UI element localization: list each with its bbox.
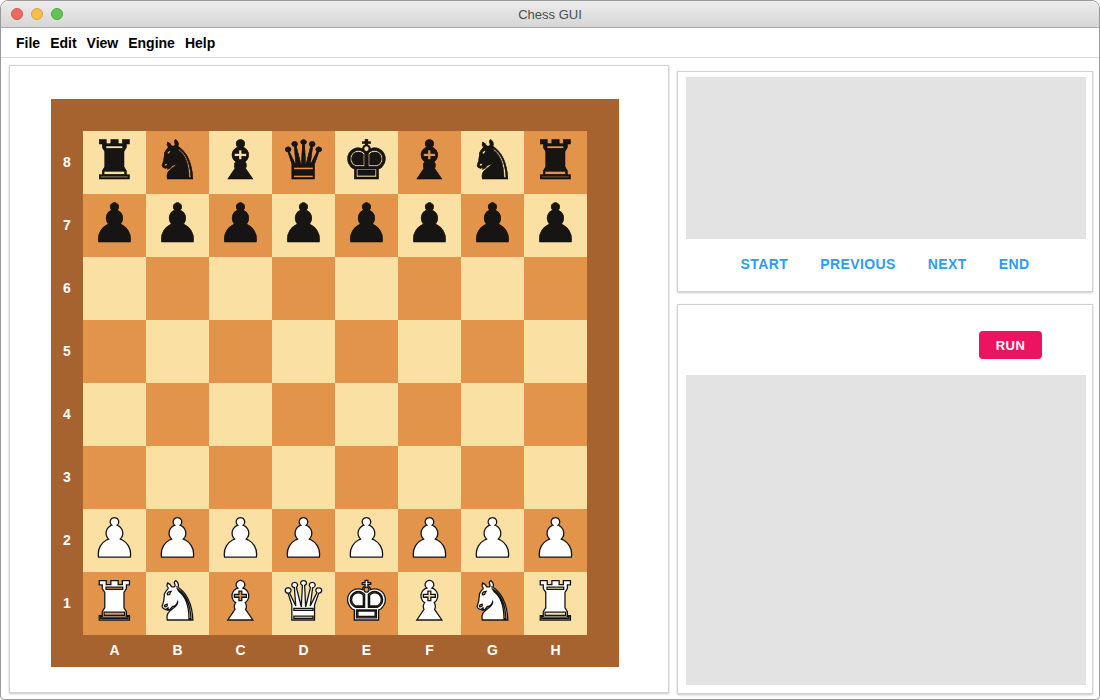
square-e3[interactable]: [335, 446, 398, 509]
square-c3[interactable]: [209, 446, 272, 509]
square-f8[interactable]: ♝: [398, 131, 461, 194]
move-list-panel: [686, 77, 1086, 239]
piece-black-pawn: ♟: [524, 194, 587, 257]
piece-black-pawn: ♟: [272, 194, 335, 257]
square-f6[interactable]: [398, 257, 461, 320]
engine-output-panel: [686, 375, 1086, 685]
rank-label-2: 2: [51, 509, 83, 572]
file-label-c: C: [209, 635, 272, 667]
piece-black-king: ♚: [335, 131, 398, 194]
square-b4[interactable]: [146, 383, 209, 446]
square-d4[interactable]: [272, 383, 335, 446]
square-g8[interactable]: ♞: [461, 131, 524, 194]
square-b3[interactable]: [146, 446, 209, 509]
menu-help[interactable]: Help: [180, 35, 220, 51]
piece-white-pawn: ♟: [524, 509, 587, 572]
square-b8[interactable]: ♞: [146, 131, 209, 194]
square-f5[interactable]: [398, 320, 461, 383]
square-f7[interactable]: ♟: [398, 194, 461, 257]
square-f3[interactable]: [398, 446, 461, 509]
piece-black-queen: ♛: [272, 131, 335, 194]
piece-white-rook: ♜: [524, 572, 587, 635]
square-h2[interactable]: ♟: [524, 509, 587, 572]
square-c5[interactable]: [209, 320, 272, 383]
rank-label-3: 3: [51, 446, 83, 509]
square-g4[interactable]: [461, 383, 524, 446]
piece-white-pawn: ♟: [398, 509, 461, 572]
piece-black-pawn: ♟: [398, 194, 461, 257]
file-label-e: E: [335, 635, 398, 667]
square-c4[interactable]: [209, 383, 272, 446]
square-e8[interactable]: ♚: [335, 131, 398, 194]
file-label-a: A: [83, 635, 146, 667]
square-b7[interactable]: ♟: [146, 194, 209, 257]
piece-black-rook: ♜: [83, 131, 146, 194]
game-navigation-card: START PREVIOUS NEXT END: [677, 71, 1093, 292]
piece-white-pawn: ♟: [461, 509, 524, 572]
square-d3[interactable]: [272, 446, 335, 509]
square-d6[interactable]: [272, 257, 335, 320]
rank-label-4: 4: [51, 383, 83, 446]
piece-black-bishop: ♝: [398, 131, 461, 194]
piece-black-pawn: ♟: [461, 194, 524, 257]
square-d5[interactable]: [272, 320, 335, 383]
start-button[interactable]: START: [741, 256, 789, 272]
piece-white-knight: ♞: [146, 572, 209, 635]
square-b1[interactable]: ♞: [146, 572, 209, 635]
menu-file[interactable]: File: [11, 35, 45, 51]
square-a8[interactable]: ♜: [83, 131, 146, 194]
window-title: Chess GUI: [1, 1, 1099, 28]
square-f1[interactable]: ♝: [398, 572, 461, 635]
engine-card: RUN: [677, 304, 1093, 694]
piece-white-queen: ♛: [272, 572, 335, 635]
square-e2[interactable]: ♟: [335, 509, 398, 572]
next-button[interactable]: NEXT: [928, 256, 967, 272]
app-window: Chess GUI File Edit View Engine Help 876…: [0, 0, 1100, 700]
file-label-h: H: [524, 635, 587, 667]
square-e6[interactable]: [335, 257, 398, 320]
rank-label-6: 6: [51, 257, 83, 320]
square-h7[interactable]: ♟: [524, 194, 587, 257]
square-g6[interactable]: [461, 257, 524, 320]
piece-white-knight: ♞: [461, 572, 524, 635]
piece-black-pawn: ♟: [146, 194, 209, 257]
square-g2[interactable]: ♟: [461, 509, 524, 572]
square-g7[interactable]: ♟: [461, 194, 524, 257]
piece-black-pawn: ♟: [83, 194, 146, 257]
square-e5[interactable]: [335, 320, 398, 383]
file-label-b: B: [146, 635, 209, 667]
square-h8[interactable]: ♜: [524, 131, 587, 194]
piece-black-knight: ♞: [146, 131, 209, 194]
square-a6[interactable]: [83, 257, 146, 320]
board-card: 87654321 ABCDEFGH ♜♞♝♛♚♝♞♜♟♟♟♟♟♟♟♟♟♟♟♟♟♟…: [9, 65, 669, 693]
file-labels: ABCDEFGH: [83, 635, 587, 667]
square-g5[interactable]: [461, 320, 524, 383]
square-d8[interactable]: ♛: [272, 131, 335, 194]
piece-white-pawn: ♟: [83, 509, 146, 572]
rank-label-1: 1: [51, 572, 83, 635]
rank-label-8: 8: [51, 131, 83, 194]
square-b2[interactable]: ♟: [146, 509, 209, 572]
piece-black-pawn: ♟: [209, 194, 272, 257]
square-a7[interactable]: ♟: [83, 194, 146, 257]
square-h4[interactable]: [524, 383, 587, 446]
menu-engine[interactable]: Engine: [123, 35, 180, 51]
square-b5[interactable]: [146, 320, 209, 383]
file-label-g: G: [461, 635, 524, 667]
square-h6[interactable]: [524, 257, 587, 320]
chess-board-squares: ♜♞♝♛♚♝♞♜♟♟♟♟♟♟♟♟♟♟♟♟♟♟♟♟♜♞♝♛♚♝♞♜: [83, 131, 587, 635]
square-c8[interactable]: ♝: [209, 131, 272, 194]
chess-board: 87654321 ABCDEFGH ♜♞♝♛♚♝♞♜♟♟♟♟♟♟♟♟♟♟♟♟♟♟…: [51, 99, 619, 667]
square-d1[interactable]: ♛: [272, 572, 335, 635]
square-d2[interactable]: ♟: [272, 509, 335, 572]
square-f2[interactable]: ♟: [398, 509, 461, 572]
menu-edit[interactable]: Edit: [45, 35, 81, 51]
menu-view[interactable]: View: [82, 35, 124, 51]
square-h1[interactable]: ♜: [524, 572, 587, 635]
square-e4[interactable]: [335, 383, 398, 446]
piece-white-pawn: ♟: [146, 509, 209, 572]
piece-white-bishop: ♝: [209, 572, 272, 635]
piece-white-pawn: ♟: [272, 509, 335, 572]
square-c2[interactable]: ♟: [209, 509, 272, 572]
menu-bar: File Edit View Engine Help: [1, 28, 1099, 58]
square-g1[interactable]: ♞: [461, 572, 524, 635]
piece-white-pawn: ♟: [335, 509, 398, 572]
square-h3[interactable]: [524, 446, 587, 509]
square-a5[interactable]: [83, 320, 146, 383]
square-h5[interactable]: [524, 320, 587, 383]
rank-label-7: 7: [51, 194, 83, 257]
piece-white-bishop: ♝: [398, 572, 461, 635]
square-c7[interactable]: ♟: [209, 194, 272, 257]
square-f4[interactable]: [398, 383, 461, 446]
square-c1[interactable]: ♝: [209, 572, 272, 635]
square-a4[interactable]: [83, 383, 146, 446]
piece-black-rook: ♜: [524, 131, 587, 194]
rank-label-5: 5: [51, 320, 83, 383]
square-g3[interactable]: [461, 446, 524, 509]
previous-button[interactable]: PREVIOUS: [820, 256, 896, 272]
piece-black-bishop: ♝: [209, 131, 272, 194]
run-button[interactable]: RUN: [979, 331, 1042, 359]
piece-black-pawn: ♟: [335, 194, 398, 257]
square-e1[interactable]: ♚: [335, 572, 398, 635]
square-a1[interactable]: ♜: [83, 572, 146, 635]
piece-white-rook: ♜: [83, 572, 146, 635]
navigation-buttons: START PREVIOUS NEXT END: [678, 237, 1092, 291]
square-b6[interactable]: [146, 257, 209, 320]
file-label-f: F: [398, 635, 461, 667]
piece-white-pawn: ♟: [209, 509, 272, 572]
square-c6[interactable]: [209, 257, 272, 320]
piece-white-king: ♚: [335, 572, 398, 635]
piece-black-knight: ♞: [461, 131, 524, 194]
square-e7[interactable]: ♟: [335, 194, 398, 257]
square-a3[interactable]: [83, 446, 146, 509]
square-d7[interactable]: ♟: [272, 194, 335, 257]
title-bar: Chess GUI: [1, 1, 1099, 28]
square-a2[interactable]: ♟: [83, 509, 146, 572]
end-button[interactable]: END: [999, 256, 1030, 272]
file-label-d: D: [272, 635, 335, 667]
rank-labels: 87654321: [51, 131, 83, 635]
